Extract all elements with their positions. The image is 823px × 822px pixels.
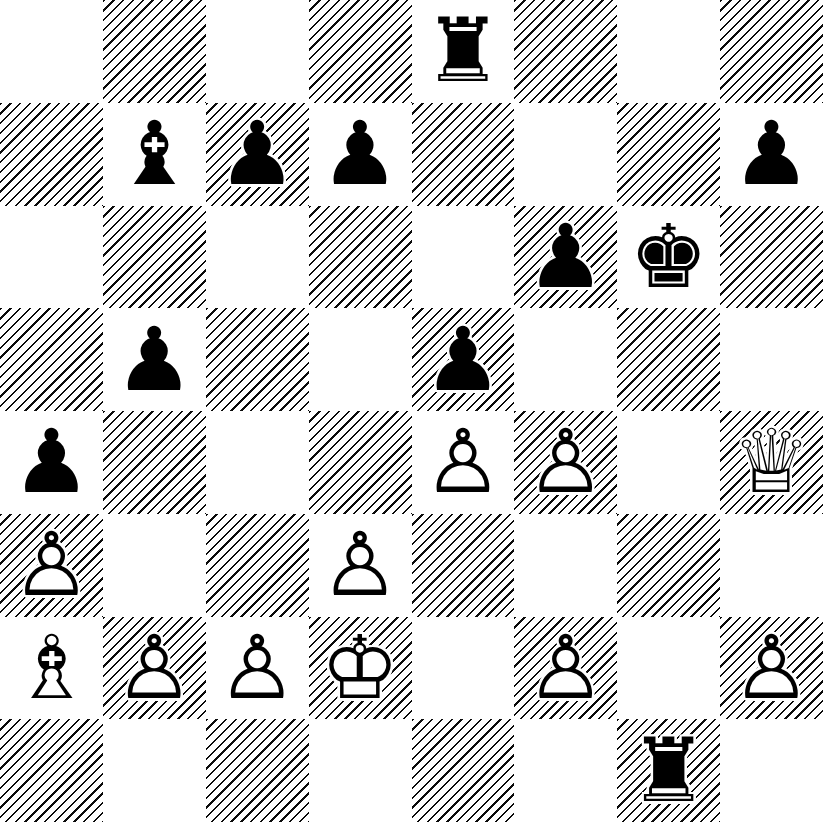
white-bishop-icon: ♗ xyxy=(12,624,91,712)
square-f6[interactable]: ♟♟ xyxy=(514,206,617,309)
piece-black-bishop[interactable]: ♝♝ xyxy=(103,103,206,206)
square-a3[interactable]: ♟♙ xyxy=(0,514,103,617)
square-d3[interactable]: ♟♙ xyxy=(309,514,412,617)
square-h3[interactable] xyxy=(720,514,823,617)
square-e8[interactable]: ♜♜ xyxy=(412,0,515,103)
square-d6[interactable] xyxy=(309,206,412,309)
square-h1[interactable] xyxy=(720,719,823,822)
square-f1[interactable] xyxy=(514,719,617,822)
piece-white-pawn[interactable]: ♟♙ xyxy=(0,514,103,617)
black-pawn-icon: ♟ xyxy=(115,316,194,404)
black-rook-icon: ♜ xyxy=(629,727,708,815)
square-e3[interactable] xyxy=(412,514,515,617)
square-d5[interactable] xyxy=(309,308,412,411)
square-e5[interactable]: ♟♟ xyxy=(412,308,515,411)
square-g7[interactable] xyxy=(617,103,720,206)
square-g4[interactable] xyxy=(617,411,720,514)
square-h8[interactable] xyxy=(720,0,823,103)
square-a4[interactable]: ♟♟ xyxy=(0,411,103,514)
piece-white-pawn[interactable]: ♟♙ xyxy=(412,411,515,514)
square-g8[interactable] xyxy=(617,0,720,103)
square-d1[interactable] xyxy=(309,719,412,822)
piece-black-pawn[interactable]: ♟♟ xyxy=(412,308,515,411)
square-f4[interactable]: ♟♙ xyxy=(514,411,617,514)
chessboard: ♜♜♝♝♟♟♟♟♟♟♟♟♚♚♟♟♟♟♟♟♟♙♟♙♛♕♟♙♟♙♝♗♟♙♟♙♚♔♟♙… xyxy=(0,0,823,822)
piece-white-bishop[interactable]: ♝♗ xyxy=(0,617,103,720)
white-pawn-icon: ♙ xyxy=(321,521,400,609)
square-c6[interactable] xyxy=(206,206,309,309)
square-d8[interactable] xyxy=(309,0,412,103)
white-pawn-icon: ♙ xyxy=(423,418,502,506)
square-f3[interactable] xyxy=(514,514,617,617)
piece-black-king[interactable]: ♚♚ xyxy=(617,206,720,309)
square-h6[interactable] xyxy=(720,206,823,309)
square-g3[interactable] xyxy=(617,514,720,617)
square-a1[interactable] xyxy=(0,719,103,822)
black-pawn-icon: ♟ xyxy=(12,418,91,506)
piece-white-king[interactable]: ♚♔ xyxy=(309,617,412,720)
piece-black-pawn[interactable]: ♟♟ xyxy=(309,103,412,206)
piece-white-pawn[interactable]: ♟♙ xyxy=(206,617,309,720)
square-e1[interactable] xyxy=(412,719,515,822)
square-c5[interactable] xyxy=(206,308,309,411)
black-pawn-icon: ♟ xyxy=(423,316,502,404)
square-c2[interactable]: ♟♙ xyxy=(206,617,309,720)
white-pawn-icon: ♙ xyxy=(526,418,605,506)
white-pawn-icon: ♙ xyxy=(732,624,811,712)
piece-white-queen[interactable]: ♛♕ xyxy=(720,411,823,514)
black-king-icon: ♚ xyxy=(629,213,708,301)
square-b5[interactable]: ♟♟ xyxy=(103,308,206,411)
piece-black-pawn[interactable]: ♟♟ xyxy=(103,308,206,411)
square-e7[interactable] xyxy=(412,103,515,206)
piece-black-pawn[interactable]: ♟♟ xyxy=(206,103,309,206)
white-king-icon: ♔ xyxy=(321,624,400,712)
white-queen-icon: ♕ xyxy=(732,418,811,506)
square-f5[interactable] xyxy=(514,308,617,411)
piece-black-pawn[interactable]: ♟♟ xyxy=(720,103,823,206)
square-d2[interactable]: ♚♔ xyxy=(309,617,412,720)
square-a7[interactable] xyxy=(0,103,103,206)
piece-black-rook[interactable]: ♜♜ xyxy=(617,719,720,822)
square-b3[interactable] xyxy=(103,514,206,617)
square-g1[interactable]: ♜♜ xyxy=(617,719,720,822)
square-g5[interactable] xyxy=(617,308,720,411)
square-b1[interactable] xyxy=(103,719,206,822)
piece-white-pawn[interactable]: ♟♙ xyxy=(309,514,412,617)
black-pawn-icon: ♟ xyxy=(526,213,605,301)
white-pawn-icon: ♙ xyxy=(115,624,194,712)
square-b4[interactable] xyxy=(103,411,206,514)
square-e6[interactable] xyxy=(412,206,515,309)
square-a8[interactable] xyxy=(0,0,103,103)
square-f2[interactable]: ♟♙ xyxy=(514,617,617,720)
black-pawn-icon: ♟ xyxy=(218,110,297,198)
square-f8[interactable] xyxy=(514,0,617,103)
black-rook-icon: ♜ xyxy=(423,7,502,95)
square-b7[interactable]: ♝♝ xyxy=(103,103,206,206)
square-h4[interactable]: ♛♕ xyxy=(720,411,823,514)
square-e2[interactable] xyxy=(412,617,515,720)
square-b6[interactable] xyxy=(103,206,206,309)
black-pawn-icon: ♟ xyxy=(321,110,400,198)
square-a5[interactable] xyxy=(0,308,103,411)
black-pawn-icon: ♟ xyxy=(732,110,811,198)
square-h2[interactable]: ♟♙ xyxy=(720,617,823,720)
square-c8[interactable] xyxy=(206,0,309,103)
piece-white-pawn[interactable]: ♟♙ xyxy=(514,617,617,720)
piece-white-pawn[interactable]: ♟♙ xyxy=(720,617,823,720)
piece-white-pawn[interactable]: ♟♙ xyxy=(514,411,617,514)
square-g6[interactable]: ♚♚ xyxy=(617,206,720,309)
piece-black-pawn[interactable]: ♟♟ xyxy=(0,411,103,514)
square-h5[interactable] xyxy=(720,308,823,411)
square-b2[interactable]: ♟♙ xyxy=(103,617,206,720)
square-g2[interactable] xyxy=(617,617,720,720)
square-e4[interactable]: ♟♙ xyxy=(412,411,515,514)
piece-black-rook[interactable]: ♜♜ xyxy=(412,0,515,103)
white-pawn-icon: ♙ xyxy=(12,521,91,609)
square-a6[interactable] xyxy=(0,206,103,309)
white-pawn-icon: ♙ xyxy=(526,624,605,712)
square-c3[interactable] xyxy=(206,514,309,617)
piece-white-pawn[interactable]: ♟♙ xyxy=(103,617,206,720)
square-c7[interactable]: ♟♟ xyxy=(206,103,309,206)
square-h7[interactable]: ♟♟ xyxy=(720,103,823,206)
square-d7[interactable]: ♟♟ xyxy=(309,103,412,206)
square-a2[interactable]: ♝♗ xyxy=(0,617,103,720)
square-c4[interactable] xyxy=(206,411,309,514)
square-d4[interactable] xyxy=(309,411,412,514)
square-f7[interactable] xyxy=(514,103,617,206)
piece-black-pawn[interactable]: ♟♟ xyxy=(514,206,617,309)
square-c1[interactable] xyxy=(206,719,309,822)
square-b8[interactable] xyxy=(103,0,206,103)
white-pawn-icon: ♙ xyxy=(218,624,297,712)
black-bishop-icon: ♝ xyxy=(115,110,194,198)
